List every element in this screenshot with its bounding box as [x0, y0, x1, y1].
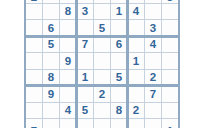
cell-r5c6[interactable]: [111, 53, 127, 69]
cell-r7c7[interactable]: [128, 86, 144, 102]
cell-r1c6[interactable]: [111, 0, 127, 3]
cell-r5c8[interactable]: [145, 53, 161, 69]
cell-r4c9[interactable]: [162, 37, 178, 53]
cell-r2c8[interactable]: [145, 4, 161, 20]
cell-r6c3[interactable]: [60, 70, 76, 86]
cell-r4c8[interactable]: 4: [145, 37, 161, 53]
cell-r7c4[interactable]: [77, 86, 93, 102]
cell-r7c6[interactable]: [111, 86, 127, 102]
cell-r3c1[interactable]: [26, 20, 42, 36]
cell-r2c9[interactable]: [162, 4, 178, 20]
cell-r4c5[interactable]: [94, 37, 110, 53]
cell-r8c4[interactable]: 5: [77, 103, 93, 119]
cell-r5c1[interactable]: [26, 53, 42, 69]
cell-r1c7[interactable]: [128, 0, 144, 3]
cell-r3c7[interactable]: [128, 20, 144, 36]
cell-r4c1[interactable]: [26, 37, 42, 53]
cell-r1c3[interactable]: [60, 0, 76, 3]
cell-r6c4[interactable]: 1: [77, 70, 93, 86]
cell-r6c1[interactable]: [26, 70, 42, 86]
cell-r9c5[interactable]: [94, 119, 110, 128]
cell-r2c1[interactable]: [26, 4, 42, 20]
cell-r5c3[interactable]: 9: [60, 53, 76, 69]
cell-r8c6[interactable]: 8: [111, 103, 127, 119]
cell-r1c5[interactable]: [94, 0, 110, 3]
cell-r8c2[interactable]: [43, 103, 59, 119]
cell-r1c9[interactable]: 5: [162, 0, 178, 3]
cell-r9c7[interactable]: [128, 119, 144, 128]
cell-r3c2[interactable]: 6: [43, 20, 59, 36]
cell-r1c1[interactable]: 2: [26, 0, 42, 3]
cell-r9c4[interactable]: [77, 119, 93, 128]
cell-r9c8[interactable]: [145, 119, 161, 128]
cell-r4c4[interactable]: 7: [77, 37, 93, 53]
cell-r9c1[interactable]: 7: [26, 119, 42, 128]
cell-r3c5[interactable]: 5: [94, 20, 110, 36]
cell-r8c3[interactable]: 4: [60, 103, 76, 119]
cell-r9c2[interactable]: [43, 119, 59, 128]
cell-r4c6[interactable]: 6: [111, 37, 127, 53]
cell-r5c2[interactable]: [43, 53, 59, 69]
sudoku-app-viewport: 2583146535764918152927458271: [0, 0, 205, 128]
cell-r2c2[interactable]: [43, 4, 59, 20]
cell-r8c9[interactable]: [162, 103, 178, 119]
cell-r6c9[interactable]: [162, 70, 178, 86]
cell-r3c9[interactable]: [162, 20, 178, 36]
cell-r9c3[interactable]: [60, 119, 76, 128]
cell-r1c4[interactable]: [77, 0, 93, 3]
cell-r7c3[interactable]: [60, 86, 76, 102]
cell-r2c3[interactable]: 8: [60, 4, 76, 20]
cell-r2c5[interactable]: [94, 4, 110, 20]
cell-r4c7[interactable]: [128, 37, 144, 53]
cell-r6c8[interactable]: 2: [145, 70, 161, 86]
cell-r7c9[interactable]: [162, 86, 178, 102]
sudoku-board: 2583146535764918152927458271: [24, 0, 180, 128]
cell-r1c2[interactable]: [43, 0, 59, 3]
cell-r6c2[interactable]: 8: [43, 70, 59, 86]
cell-r2c6[interactable]: 1: [111, 4, 127, 20]
cell-r7c5[interactable]: 2: [94, 86, 110, 102]
cell-r5c5[interactable]: [94, 53, 110, 69]
cell-r4c3[interactable]: [60, 37, 76, 53]
cell-r9c9[interactable]: 1: [162, 119, 178, 128]
cell-r3c6[interactable]: [111, 20, 127, 36]
cell-r5c9[interactable]: [162, 53, 178, 69]
cell-r4c2[interactable]: 5: [43, 37, 59, 53]
cell-r6c7[interactable]: [128, 70, 144, 86]
cell-r8c5[interactable]: [94, 103, 110, 119]
cell-r6c6[interactable]: 5: [111, 70, 127, 86]
cell-r5c4[interactable]: [77, 53, 93, 69]
cell-r8c1[interactable]: [26, 103, 42, 119]
cell-r7c1[interactable]: [26, 86, 42, 102]
cell-r2c4[interactable]: 3: [77, 4, 93, 20]
cell-r8c7[interactable]: 2: [128, 103, 144, 119]
cell-r3c4[interactable]: [77, 20, 93, 36]
cell-r9c6[interactable]: [111, 119, 127, 128]
cell-r3c8[interactable]: 3: [145, 20, 161, 36]
cell-r3c3[interactable]: [60, 20, 76, 36]
cell-r7c8[interactable]: 7: [145, 86, 161, 102]
cell-r2c7[interactable]: 4: [128, 4, 144, 20]
cell-r7c2[interactable]: 9: [43, 86, 59, 102]
cell-r6c5[interactable]: [94, 70, 110, 86]
cell-r5c7[interactable]: 1: [128, 53, 144, 69]
cell-r8c8[interactable]: [145, 103, 161, 119]
cell-r1c8[interactable]: [145, 0, 161, 3]
